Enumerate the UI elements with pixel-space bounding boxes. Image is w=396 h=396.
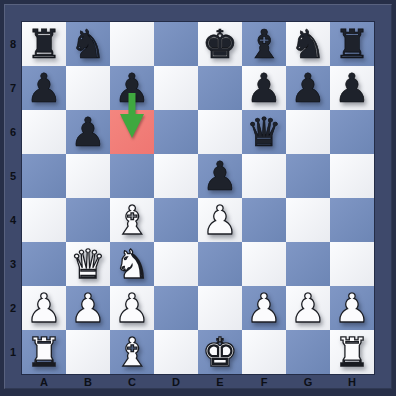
white-king: ♚ [202, 330, 238, 374]
white-bishop: ♝ [114, 198, 150, 242]
square-a4[interactable] [22, 198, 66, 242]
square-d7[interactable] [154, 66, 198, 110]
black-king: ♚ [202, 22, 238, 66]
square-f8[interactable]: ♝ [242, 22, 286, 66]
square-f6[interactable]: ♛ [242, 110, 286, 154]
square-c3[interactable]: ♞ [110, 242, 154, 286]
black-knight: ♞ [290, 22, 326, 66]
white-bishop: ♝ [114, 330, 150, 374]
square-f5[interactable] [242, 154, 286, 198]
white-rook: ♜ [334, 330, 370, 374]
square-d6[interactable] [154, 110, 198, 154]
square-c6[interactable] [110, 110, 154, 154]
square-g5[interactable] [286, 154, 330, 198]
square-g4[interactable] [286, 198, 330, 242]
square-c5[interactable] [110, 154, 154, 198]
square-c8[interactable] [110, 22, 154, 66]
white-pawn: ♟ [334, 286, 370, 330]
white-pawn: ♟ [114, 286, 150, 330]
square-e2[interactable] [198, 286, 242, 330]
square-b7[interactable] [66, 66, 110, 110]
white-pawn: ♟ [202, 198, 238, 242]
square-e1[interactable]: ♚ [198, 330, 242, 374]
white-pawn: ♟ [246, 286, 282, 330]
white-queen: ♛ [70, 242, 106, 286]
square-b4[interactable] [66, 198, 110, 242]
square-c2[interactable]: ♟ [110, 286, 154, 330]
square-d2[interactable] [154, 286, 198, 330]
file-label-e: E [198, 374, 242, 389]
rank-label-5: 5 [4, 154, 22, 198]
square-d1[interactable] [154, 330, 198, 374]
file-label-g: G [286, 374, 330, 389]
square-g1[interactable] [286, 330, 330, 374]
black-rook: ♜ [26, 22, 62, 66]
rank-labels: 87654321 [4, 22, 22, 374]
black-pawn: ♟ [202, 154, 238, 198]
file-labels: ABCDEFGH [22, 374, 374, 389]
square-e5[interactable]: ♟ [198, 154, 242, 198]
square-a2[interactable]: ♟ [22, 286, 66, 330]
black-pawn: ♟ [290, 66, 326, 110]
black-bishop: ♝ [246, 22, 282, 66]
square-b6[interactable]: ♟ [66, 110, 110, 154]
square-f4[interactable] [242, 198, 286, 242]
square-h6[interactable] [330, 110, 374, 154]
square-c1[interactable]: ♝ [110, 330, 154, 374]
chess-board-frame: 87654321 ♜♞♚♝♞♜♟♟♟♟♟♟♛♟♝♟♛♞♟♟♟♟♟♟♜♝♚♜ AB… [0, 0, 396, 396]
square-a8[interactable]: ♜ [22, 22, 66, 66]
square-h5[interactable] [330, 154, 374, 198]
white-pawn: ♟ [26, 286, 62, 330]
black-pawn: ♟ [334, 66, 370, 110]
square-e7[interactable] [198, 66, 242, 110]
square-a5[interactable] [22, 154, 66, 198]
black-pawn: ♟ [70, 110, 106, 154]
file-label-d: D [154, 374, 198, 389]
square-g8[interactable]: ♞ [286, 22, 330, 66]
square-e6[interactable] [198, 110, 242, 154]
square-d4[interactable] [154, 198, 198, 242]
square-h4[interactable] [330, 198, 374, 242]
square-b3[interactable]: ♛ [66, 242, 110, 286]
square-h3[interactable] [330, 242, 374, 286]
square-f7[interactable]: ♟ [242, 66, 286, 110]
file-label-b: B [66, 374, 110, 389]
black-knight: ♞ [70, 22, 106, 66]
square-e4[interactable]: ♟ [198, 198, 242, 242]
rank-label-6: 6 [4, 110, 22, 154]
square-d8[interactable] [154, 22, 198, 66]
white-knight: ♞ [114, 242, 150, 286]
square-e3[interactable] [198, 242, 242, 286]
square-a7[interactable]: ♟ [22, 66, 66, 110]
square-d5[interactable] [154, 154, 198, 198]
square-a6[interactable] [22, 110, 66, 154]
square-b8[interactable]: ♞ [66, 22, 110, 66]
square-b5[interactable] [66, 154, 110, 198]
black-pawn: ♟ [246, 66, 282, 110]
rank-label-7: 7 [4, 66, 22, 110]
rank-label-2: 2 [4, 286, 22, 330]
white-rook: ♜ [26, 330, 62, 374]
file-label-a: A [22, 374, 66, 389]
rank-label-1: 1 [4, 330, 22, 374]
square-g3[interactable] [286, 242, 330, 286]
square-a1[interactable]: ♜ [22, 330, 66, 374]
black-pawn: ♟ [114, 66, 150, 110]
square-f2[interactable]: ♟ [242, 286, 286, 330]
square-h7[interactable]: ♟ [330, 66, 374, 110]
square-g2[interactable]: ♟ [286, 286, 330, 330]
rank-label-4: 4 [4, 198, 22, 242]
white-pawn: ♟ [70, 286, 106, 330]
square-h1[interactable]: ♜ [330, 330, 374, 374]
square-f3[interactable] [242, 242, 286, 286]
square-g6[interactable] [286, 110, 330, 154]
square-e8[interactable]: ♚ [198, 22, 242, 66]
square-f1[interactable] [242, 330, 286, 374]
white-pawn: ♟ [290, 286, 326, 330]
square-d3[interactable] [154, 242, 198, 286]
file-label-f: F [242, 374, 286, 389]
file-label-h: H [330, 374, 374, 389]
square-c7[interactable]: ♟ [110, 66, 154, 110]
board: ♜♞♚♝♞♜♟♟♟♟♟♟♛♟♝♟♛♞♟♟♟♟♟♟♜♝♚♜ [22, 22, 374, 374]
square-h2[interactable]: ♟ [330, 286, 374, 330]
square-c4[interactable]: ♝ [110, 198, 154, 242]
black-rook: ♜ [334, 22, 370, 66]
black-pawn: ♟ [26, 66, 62, 110]
rank-label-3: 3 [4, 242, 22, 286]
square-a3[interactable] [22, 242, 66, 286]
square-g7[interactable]: ♟ [286, 66, 330, 110]
rank-label-8: 8 [4, 22, 22, 66]
square-b2[interactable]: ♟ [66, 286, 110, 330]
square-h8[interactable]: ♜ [330, 22, 374, 66]
file-label-c: C [110, 374, 154, 389]
black-queen: ♛ [246, 110, 282, 154]
square-b1[interactable] [66, 330, 110, 374]
